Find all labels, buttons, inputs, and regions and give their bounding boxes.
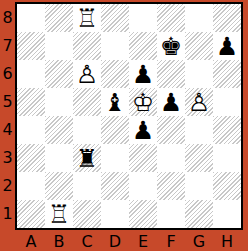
file-label-a: A [17, 232, 45, 251]
file-label-e: E [129, 232, 157, 251]
square-b6[interactable] [45, 60, 73, 88]
square-b1[interactable]: ♜♖ [45, 200, 73, 228]
square-b3[interactable] [45, 144, 73, 172]
square-d2[interactable] [101, 172, 129, 200]
rank-label-2: 2 [0, 172, 15, 200]
black-pawn-e6[interactable]: ♟ [129, 60, 157, 88]
square-f3[interactable] [157, 144, 185, 172]
square-h3[interactable] [213, 144, 241, 172]
square-f4[interactable] [157, 116, 185, 144]
square-a7[interactable] [17, 32, 45, 60]
square-f6[interactable] [157, 60, 185, 88]
square-b2[interactable] [45, 172, 73, 200]
black-pawn-f5[interactable]: ♟ [157, 88, 185, 116]
square-a4[interactable] [17, 116, 45, 144]
square-d7[interactable] [101, 32, 129, 60]
file-labels: ABCDEFGH [17, 232, 241, 251]
square-a8[interactable] [17, 4, 45, 32]
square-e6[interactable]: ♟ [129, 60, 157, 88]
square-d3[interactable] [101, 144, 129, 172]
square-a5[interactable] [17, 88, 45, 116]
black-bishop-d5[interactable]: ♝ [101, 88, 129, 116]
rank-label-6: 6 [0, 60, 15, 88]
square-h5[interactable] [213, 88, 241, 116]
square-h2[interactable] [213, 172, 241, 200]
rank-label-1: 1 [0, 200, 15, 228]
file-label-g: G [185, 232, 213, 251]
square-f8[interactable] [157, 4, 185, 32]
square-d5[interactable]: ♝ [101, 88, 129, 116]
square-d1[interactable] [101, 200, 129, 228]
square-h4[interactable] [213, 116, 241, 144]
square-g5[interactable]: ♟♙ [185, 88, 213, 116]
square-b7[interactable] [45, 32, 73, 60]
file-label-b: B [45, 232, 73, 251]
white-king-e5[interactable]: ♚♔ [129, 88, 157, 116]
square-f2[interactable] [157, 172, 185, 200]
square-b8[interactable] [45, 4, 73, 32]
rank-label-7: 7 [0, 32, 15, 60]
square-a3[interactable] [17, 144, 45, 172]
square-e7[interactable] [129, 32, 157, 60]
rank-label-4: 4 [0, 116, 15, 144]
black-pawn-h7[interactable]: ♟ [213, 32, 241, 60]
black-pawn-e4[interactable]: ♟ [129, 116, 157, 144]
rank-label-8: 8 [0, 4, 15, 32]
chess-board: ♜♖♚♟♟♙♟♝♚♔♟♟♙♟♜♜♖ [15, 2, 243, 230]
rank-labels: 87654321 [0, 4, 15, 228]
rank-label-3: 3 [0, 144, 15, 172]
white-rook-b1[interactable]: ♜♖ [45, 200, 73, 228]
square-e4[interactable]: ♟ [129, 116, 157, 144]
square-g2[interactable] [185, 172, 213, 200]
chess-diagram: { "game": "chess", "position": { "fen": … [0, 0, 248, 251]
file-label-d: D [101, 232, 129, 251]
piece-outline: ♖ [45, 200, 73, 228]
square-b4[interactable] [45, 116, 73, 144]
rank-label-5: 5 [0, 88, 15, 116]
square-g8[interactable] [185, 4, 213, 32]
square-c2[interactable] [73, 172, 101, 200]
square-e5[interactable]: ♚♔ [129, 88, 157, 116]
square-g1[interactable] [185, 200, 213, 228]
square-e1[interactable] [129, 200, 157, 228]
file-label-c: C [73, 232, 101, 251]
square-f7[interactable]: ♚ [157, 32, 185, 60]
square-c4[interactable] [73, 116, 101, 144]
square-h6[interactable] [213, 60, 241, 88]
square-f5[interactable]: ♟ [157, 88, 185, 116]
square-b5[interactable] [45, 88, 73, 116]
piece-outline: ♙ [73, 60, 101, 88]
square-g3[interactable] [185, 144, 213, 172]
square-a2[interactable] [17, 172, 45, 200]
black-rook-c3[interactable]: ♜ [73, 144, 101, 172]
square-g6[interactable] [185, 60, 213, 88]
square-g7[interactable] [185, 32, 213, 60]
square-d8[interactable] [101, 4, 129, 32]
square-h7[interactable]: ♟ [213, 32, 241, 60]
square-c3[interactable]: ♜ [73, 144, 101, 172]
piece-outline: ♖ [73, 4, 101, 32]
square-e8[interactable] [129, 4, 157, 32]
square-e3[interactable] [129, 144, 157, 172]
white-pawn-g5[interactable]: ♟♙ [185, 88, 213, 116]
square-e2[interactable] [129, 172, 157, 200]
piece-outline: ♙ [185, 88, 213, 116]
diagram-frame: 87654321 ♜♖♚♟♟♙♟♝♚♔♟♟♙♟♜♜♖ ABCDEFGH [0, 0, 248, 251]
square-h1[interactable] [213, 200, 241, 228]
square-g4[interactable] [185, 116, 213, 144]
square-c6[interactable]: ♟♙ [73, 60, 101, 88]
file-label-h: H [213, 232, 241, 251]
file-label-f: F [157, 232, 185, 251]
square-c5[interactable] [73, 88, 101, 116]
square-h8[interactable] [213, 4, 241, 32]
white-rook-c8[interactable]: ♜♖ [73, 4, 101, 32]
square-d4[interactable] [101, 116, 129, 144]
white-pawn-c6[interactable]: ♟♙ [73, 60, 101, 88]
square-c1[interactable] [73, 200, 101, 228]
square-f1[interactable] [157, 200, 185, 228]
piece-outline: ♔ [129, 88, 157, 116]
square-c7[interactable] [73, 32, 101, 60]
square-c8[interactable]: ♜♖ [73, 4, 101, 32]
square-d6[interactable] [101, 60, 129, 88]
black-king-f7[interactable]: ♚ [157, 32, 185, 60]
square-a1[interactable] [17, 200, 45, 228]
square-a6[interactable] [17, 60, 45, 88]
